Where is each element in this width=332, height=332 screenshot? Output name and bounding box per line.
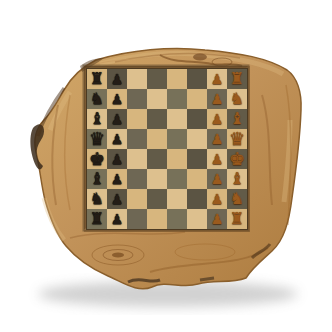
square-dark[interactable]: ♟ — [107, 109, 127, 129]
white-knight[interactable]: ♞ — [230, 189, 244, 209]
white-king[interactable]: ♚ — [229, 149, 245, 169]
square-dark[interactable] — [167, 209, 187, 229]
square-light[interactable]: ♞ — [227, 89, 247, 109]
square-light[interactable] — [167, 69, 187, 89]
square-light[interactable]: ♟ — [107, 169, 127, 189]
square-dark[interactable] — [127, 169, 147, 189]
square-light[interactable]: ♟ — [107, 89, 127, 109]
black-king[interactable]: ♚ — [89, 149, 105, 169]
square-dark[interactable]: ♟ — [207, 89, 227, 109]
square-light[interactable] — [167, 109, 187, 129]
white-pawn[interactable]: ♟ — [211, 89, 224, 109]
square-dark[interactable] — [187, 69, 207, 89]
square-dark[interactable] — [127, 209, 147, 229]
square-light[interactable]: ♝ — [227, 169, 247, 189]
square-dark[interactable] — [187, 149, 207, 169]
white-pawn[interactable]: ♟ — [211, 189, 224, 209]
square-light[interactable]: ♝ — [87, 109, 107, 129]
white-pawn[interactable]: ♟ — [211, 169, 224, 189]
square-dark[interactable] — [167, 89, 187, 109]
black-pawn[interactable]: ♟ — [111, 69, 124, 89]
square-light[interactable]: ♟ — [207, 149, 227, 169]
square-dark[interactable]: ♚ — [227, 149, 247, 169]
white-bishop[interactable]: ♝ — [230, 109, 244, 129]
square-dark[interactable] — [147, 69, 167, 89]
square-dark[interactable]: ♝ — [227, 109, 247, 129]
square-dark[interactable] — [167, 129, 187, 149]
white-pawn[interactable]: ♟ — [211, 69, 224, 89]
square-light[interactable] — [147, 209, 167, 229]
black-pawn[interactable]: ♟ — [111, 109, 124, 129]
square-light[interactable] — [127, 189, 147, 209]
square-light[interactable] — [147, 89, 167, 109]
square-dark[interactable]: ♜ — [87, 209, 107, 229]
square-light[interactable] — [187, 209, 207, 229]
chess-board[interactable]: ♜♟♟♜♞♟♟♞♝♟♟♝♛♟♟♛♚♟♟♚♝♟♟♝♞♟♟♞♜♟♟♜ — [86, 68, 248, 230]
product-photo: ♜♟♟♜♞♟♟♞♝♟♟♝♛♟♟♛♚♟♟♚♝♟♟♝♞♟♟♞♜♟♟♜ — [0, 0, 332, 332]
black-queen[interactable]: ♛ — [89, 129, 105, 149]
square-light[interactable] — [167, 189, 187, 209]
black-pawn[interactable]: ♟ — [111, 189, 124, 209]
white-pawn[interactable]: ♟ — [211, 129, 224, 149]
white-pawn[interactable]: ♟ — [211, 149, 224, 169]
square-dark[interactable]: ♟ — [107, 149, 127, 169]
black-rook[interactable]: ♜ — [90, 69, 104, 89]
bark-bottom-1 — [128, 280, 160, 282]
square-dark[interactable] — [187, 109, 207, 129]
square-light[interactable]: ♟ — [207, 69, 227, 89]
square-dark[interactable]: ♟ — [207, 129, 227, 149]
black-knight[interactable]: ♞ — [90, 89, 104, 109]
black-knight[interactable]: ♞ — [90, 189, 104, 209]
square-light[interactable] — [187, 129, 207, 149]
square-dark[interactable]: ♞ — [87, 89, 107, 109]
square-dark[interactable]: ♟ — [207, 209, 227, 229]
square-light[interactable] — [127, 149, 147, 169]
square-dark[interactable] — [147, 149, 167, 169]
black-pawn[interactable]: ♟ — [111, 169, 124, 189]
white-bishop[interactable]: ♝ — [230, 169, 244, 189]
black-bishop[interactable]: ♝ — [90, 169, 104, 189]
black-pawn[interactable]: ♟ — [111, 209, 124, 229]
square-dark[interactable] — [147, 109, 167, 129]
white-pawn[interactable]: ♟ — [211, 209, 224, 229]
square-dark[interactable] — [187, 189, 207, 209]
knot-top — [193, 54, 207, 61]
square-dark[interactable]: ♛ — [87, 129, 107, 149]
square-dark[interactable] — [127, 129, 147, 149]
square-light[interactable]: ♟ — [107, 129, 127, 149]
black-pawn[interactable]: ♟ — [111, 149, 124, 169]
square-light[interactable]: ♟ — [207, 189, 227, 209]
white-rook[interactable]: ♜ — [230, 69, 244, 89]
black-pawn[interactable]: ♟ — [111, 129, 124, 149]
square-light[interactable] — [147, 169, 167, 189]
square-light[interactable]: ♚ — [87, 149, 107, 169]
square-dark[interactable]: ♞ — [227, 189, 247, 209]
square-light[interactable] — [187, 169, 207, 189]
bark-bottom-2 — [200, 278, 214, 280]
square-light[interactable]: ♜ — [227, 209, 247, 229]
square-light[interactable] — [187, 89, 207, 109]
square-dark[interactable]: ♟ — [107, 69, 127, 89]
square-dark[interactable] — [127, 89, 147, 109]
square-dark[interactable]: ♜ — [227, 69, 247, 89]
square-light[interactable]: ♜ — [87, 69, 107, 89]
white-pawn[interactable]: ♟ — [211, 109, 224, 129]
square-light[interactable] — [127, 69, 147, 89]
white-rook[interactable]: ♜ — [230, 209, 244, 229]
white-knight[interactable]: ♞ — [230, 89, 244, 109]
knot-bottom-core — [112, 253, 124, 258]
black-pawn[interactable]: ♟ — [111, 89, 124, 109]
square-dark[interactable]: ♟ — [107, 189, 127, 209]
square-light[interactable] — [147, 129, 167, 149]
square-light[interactable]: ♛ — [227, 129, 247, 149]
square-light[interactable] — [167, 149, 187, 169]
black-bishop[interactable]: ♝ — [90, 109, 104, 129]
black-rook[interactable]: ♜ — [90, 209, 104, 229]
white-queen[interactable]: ♛ — [229, 129, 245, 149]
square-dark[interactable] — [167, 169, 187, 189]
square-dark[interactable]: ♝ — [87, 169, 107, 189]
square-light[interactable]: ♟ — [107, 209, 127, 229]
square-dark[interactable] — [147, 189, 167, 209]
square-light[interactable] — [127, 109, 147, 129]
square-light[interactable]: ♞ — [87, 189, 107, 209]
square-dark[interactable]: ♟ — [207, 169, 227, 189]
square-light[interactable]: ♟ — [207, 109, 227, 129]
